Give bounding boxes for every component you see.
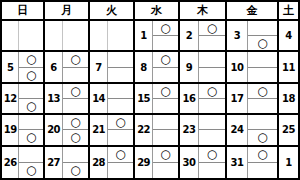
mark-slots: ○ [107, 115, 133, 144]
mark-slots: ○ [247, 84, 277, 113]
mark-slot-bottom [153, 36, 178, 50]
circle-mark-bottom: ○ [248, 36, 277, 50]
attendance-calendar: 日月火水木金土1○2○3○45○○6○78○9101112○13○1415○16… [0, 0, 300, 180]
mark-slots [247, 52, 277, 81]
mark-slot-top [248, 115, 277, 130]
mark-slot-bottom [153, 163, 178, 178]
day-number: 19 [2, 115, 18, 144]
circle-mark-top: ○ [153, 147, 178, 163]
day-cell-10: 10 [227, 52, 279, 83]
circle-mark-top: ○ [63, 115, 88, 130]
mark-slots: ○ [62, 84, 88, 113]
day-cell-30: 30○ [180, 147, 227, 178]
mark-slots: ○ [152, 21, 178, 50]
day-number: 27 [45, 147, 62, 178]
day-number: 17 [227, 84, 247, 113]
mark-slot-bottom [153, 130, 178, 144]
mark-slot-bottom [199, 68, 225, 82]
mark-slots: ○ [18, 84, 43, 113]
weekday-header-sun: 日 [2, 2, 45, 21]
day-cell-1-next-month: 1 [279, 147, 298, 178]
day-number: 20 [45, 115, 62, 144]
day-number: 26 [2, 147, 18, 178]
circle-mark-top: ○ [199, 21, 225, 36]
mark-slots: ○ [18, 115, 43, 144]
mark-slots: ○ [152, 52, 178, 81]
day-number: 4 [285, 30, 291, 41]
mark-slot-top [153, 115, 178, 130]
mark-slot-bottom [248, 68, 277, 82]
mark-slot-top [248, 52, 277, 67]
day-number: 29 [135, 147, 152, 178]
circle-mark-bottom: ○ [19, 130, 43, 144]
day-cell-5: 5○○ [2, 52, 45, 83]
mark-slots: ○ [198, 84, 225, 113]
day-number: 16 [180, 84, 198, 113]
mark-slots [107, 21, 133, 50]
mark-slots: ○ [18, 147, 43, 178]
mark-slot-top [199, 52, 225, 67]
mark-slots [107, 84, 133, 113]
day-cell-2: 2○ [180, 21, 227, 52]
day-cell-7: 7 [90, 52, 135, 83]
mark-slots: ○○ [62, 115, 88, 144]
circle-mark-bottom: ○ [19, 99, 43, 113]
day-cell-8: 8○ [135, 52, 180, 83]
mark-slot-bottom [108, 99, 133, 113]
circle-mark-top: ○ [248, 84, 277, 99]
mark-slots: ○ [62, 147, 88, 178]
day-cell-14: 14 [90, 84, 135, 115]
mark-slot-bottom [63, 68, 88, 82]
mark-slot-top [63, 147, 88, 163]
weekday-header-mon: 月 [45, 2, 90, 21]
mark-slots [198, 52, 225, 81]
mark-slot-top [199, 115, 225, 130]
circle-mark-top: ○ [153, 84, 178, 99]
weekday-header-fri: 金 [227, 2, 279, 21]
circle-mark-top: ○ [63, 52, 88, 67]
circle-mark-top: ○ [199, 84, 225, 99]
day-number: 15 [135, 84, 152, 113]
mark-slot-bottom [248, 163, 277, 178]
circle-mark-top: ○ [153, 21, 178, 36]
day-number: 7 [90, 52, 107, 81]
mark-slot-top [108, 21, 133, 36]
mark-slot-top [63, 21, 88, 36]
day-number: 3 [227, 21, 247, 50]
mark-slot-top [19, 21, 43, 36]
day-number: 30 [180, 147, 198, 178]
day-number: 13 [45, 84, 62, 113]
day-number: 12 [2, 84, 18, 113]
mark-slots: ○ [247, 21, 277, 50]
day-number: 25 [282, 124, 295, 135]
mark-slots: ○ [62, 52, 88, 81]
day-number: 23 [180, 115, 198, 144]
weekday-header-wed: 水 [135, 2, 180, 21]
day-cell-22: 22 [135, 115, 180, 146]
mark-slot-top [19, 147, 43, 163]
mark-slot-bottom [199, 130, 225, 144]
circle-mark-top: ○ [108, 147, 133, 163]
mark-slot-bottom [63, 99, 88, 113]
day-cell-12: 12○ [2, 84, 45, 115]
day-cell-25: 25 [279, 115, 298, 146]
circle-mark-top: ○ [199, 147, 225, 163]
day-cell-17: 17○ [227, 84, 279, 115]
day-cell-3: 3○ [227, 21, 279, 52]
day-cell-11: 11 [279, 52, 298, 83]
mark-slots [107, 52, 133, 81]
mark-slot-bottom [248, 99, 277, 113]
weekday-header-thu: 木 [180, 2, 227, 21]
circle-mark-top: ○ [63, 84, 88, 99]
mark-slots: ○ [247, 115, 277, 144]
mark-slots: ○ [198, 21, 225, 50]
mark-slot-top [19, 115, 43, 130]
day-cell-19: 19○ [2, 115, 45, 146]
mark-slot-bottom [108, 130, 133, 144]
mark-slot-top [19, 84, 43, 99]
weekday-header-tue: 火 [90, 2, 135, 21]
day-number: 31 [227, 147, 247, 178]
circle-mark-bottom: ○ [19, 68, 43, 82]
day-number: 2 [180, 21, 198, 50]
mark-slot-top [108, 52, 133, 67]
day-cell-21: 21○ [90, 115, 135, 146]
mark-slots: ○ [152, 147, 178, 178]
circle-mark-top: ○ [108, 115, 133, 130]
day-cell-16: 16○ [180, 84, 227, 115]
day-number: 24 [227, 115, 247, 144]
mark-slot-bottom [108, 36, 133, 51]
day-number: 5 [2, 52, 18, 81]
mark-slot-bottom [108, 163, 133, 178]
empty-cell [45, 21, 90, 52]
mark-slot-top [248, 21, 277, 36]
day-cell-4: 4 [279, 21, 298, 52]
day-number: 10 [227, 52, 247, 81]
day-number [45, 21, 62, 50]
circle-mark-top: ○ [19, 52, 43, 67]
day-number: 18 [282, 93, 295, 104]
day-number [2, 21, 18, 50]
day-cell-1: 1○ [135, 21, 180, 52]
mark-slot-bottom [153, 68, 178, 82]
day-cell-31: 31○ [227, 147, 279, 178]
circle-mark-bottom: ○ [19, 163, 43, 178]
mark-slots: ○ [152, 84, 178, 113]
day-cell-28: 28○ [90, 147, 135, 178]
day-number: 6 [45, 52, 62, 81]
day-number: 28 [90, 147, 107, 178]
day-cell-29: 29○ [135, 147, 180, 178]
circle-mark-bottom: ○ [63, 130, 88, 144]
day-cell-15: 15○ [135, 84, 180, 115]
day-cell-18: 18 [279, 84, 298, 115]
mark-slot-bottom [199, 36, 225, 50]
circle-mark-bottom: ○ [63, 163, 88, 178]
day-number: 21 [90, 115, 107, 144]
mark-slot-bottom [153, 99, 178, 113]
day-number [90, 21, 107, 50]
mark-slots: ○ [247, 147, 277, 178]
mark-slots: ○ [107, 147, 133, 178]
day-cell-13: 13○ [45, 84, 90, 115]
mark-slot-bottom [19, 36, 43, 51]
mark-slots [152, 115, 178, 144]
mark-slots [18, 21, 43, 50]
mark-slots: ○ [198, 147, 225, 178]
circle-mark-top: ○ [153, 52, 178, 67]
day-cell-23: 23 [180, 115, 227, 146]
day-cell-9: 9 [180, 52, 227, 83]
mark-slot-top [108, 84, 133, 99]
day-cell-24: 24○ [227, 115, 279, 146]
mark-slots: ○○ [18, 52, 43, 81]
day-cell-26: 26○ [2, 147, 45, 178]
mark-slot-bottom [199, 163, 225, 178]
mark-slot-bottom [199, 99, 225, 113]
day-number: 22 [135, 115, 152, 144]
day-number: 9 [180, 52, 198, 81]
circle-mark-top: ○ [248, 147, 277, 163]
weekday-header-sat: 土 [279, 2, 298, 21]
empty-cell [90, 21, 135, 52]
day-number: 14 [90, 84, 107, 113]
mark-slot-bottom [108, 68, 133, 82]
empty-cell [2, 21, 45, 52]
mark-slot-bottom [63, 36, 88, 51]
day-number: 1 [135, 21, 152, 50]
day-number: 8 [135, 52, 152, 81]
circle-mark-bottom: ○ [248, 130, 277, 144]
day-cell-27: 27○ [45, 147, 90, 178]
mark-slots [198, 115, 225, 144]
day-number: 11 [282, 62, 295, 73]
day-number: 1 [285, 157, 291, 168]
day-cell-20: 20○○ [45, 115, 90, 146]
day-cell-6: 6○ [45, 52, 90, 83]
mark-slots [62, 21, 88, 50]
